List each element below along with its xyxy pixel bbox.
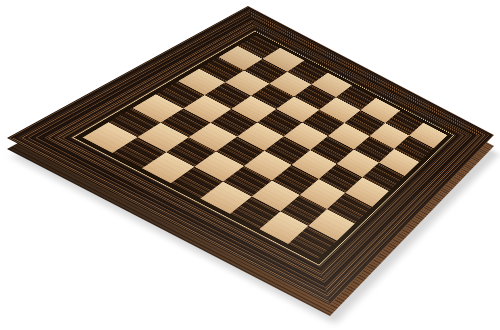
chess-board: [7, 6, 494, 305]
product-photo: [0, 0, 500, 330]
